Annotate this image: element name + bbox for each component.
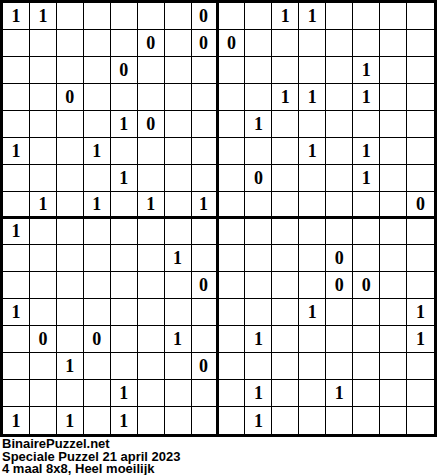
- cell-r4c5-empty[interactable]: [111, 84, 138, 111]
- cell-r14c12-empty[interactable]: [299, 353, 326, 380]
- cell-r3c14-given-1[interactable]: 1: [353, 57, 380, 84]
- cell-r5c4-empty[interactable]: [84, 111, 111, 138]
- cell-r10c7-given-1[interactable]: 1: [165, 245, 192, 272]
- cell-r11c2-empty[interactable]: [30, 272, 57, 299]
- cell-r9c3-empty[interactable]: [57, 219, 84, 246]
- cell-r10c9-empty[interactable]: [219, 245, 246, 272]
- cell-r13c15-empty[interactable]: [380, 326, 407, 353]
- cell-r14c14-empty[interactable]: [353, 353, 380, 380]
- puzzle-page: 1101100001011110111111011111011000011100…: [0, 0, 437, 475]
- cell-r10c14-empty[interactable]: [353, 245, 380, 272]
- cell-r7c6-empty[interactable]: [138, 165, 165, 192]
- cell-r11c4-empty[interactable]: [84, 272, 111, 299]
- cell-r10c13-given-0[interactable]: 0: [326, 245, 353, 272]
- cell-r11c14-given-0[interactable]: 0: [353, 272, 380, 299]
- cell-r12c3-empty[interactable]: [57, 299, 84, 326]
- cell-r1c4-empty[interactable]: [84, 3, 111, 30]
- cell-r2c16-empty[interactable]: [407, 30, 434, 57]
- cell-r10c4-empty[interactable]: [84, 245, 111, 272]
- cell-r8c12-empty[interactable]: [299, 192, 326, 219]
- cell-r8c15-empty[interactable]: [380, 192, 407, 219]
- cell-r16c12-empty[interactable]: [299, 407, 326, 434]
- cell-r16c9-empty[interactable]: [219, 407, 246, 434]
- cell-r3c12-empty[interactable]: [299, 57, 326, 84]
- cell-r8c6-given-1[interactable]: 1: [138, 192, 165, 219]
- cell-r9c6-empty[interactable]: [138, 219, 165, 246]
- cell-r5c9-empty[interactable]: [219, 111, 246, 138]
- cell-r15c16-empty[interactable]: [407, 380, 434, 407]
- cell-r14c11-empty[interactable]: [272, 353, 299, 380]
- cell-r2c10-empty[interactable]: [245, 30, 272, 57]
- cell-r10c16-empty[interactable]: [407, 245, 434, 272]
- cell-r10c8-empty[interactable]: [192, 245, 219, 272]
- cell-r15c15-empty[interactable]: [380, 380, 407, 407]
- cell-r2c4-empty[interactable]: [84, 30, 111, 57]
- cell-r15c8-empty[interactable]: [192, 380, 219, 407]
- cell-r7c14-given-1[interactable]: 1: [353, 165, 380, 192]
- cell-r6c2-empty[interactable]: [30, 138, 57, 165]
- cell-r4c9-empty[interactable]: [219, 84, 246, 111]
- cell-r11c8-given-0[interactable]: 0: [192, 272, 219, 299]
- cell-r12c7-empty[interactable]: [165, 299, 192, 326]
- cell-r8c1-empty[interactable]: [3, 192, 30, 219]
- cell-r6c3-empty[interactable]: [57, 138, 84, 165]
- cell-r7c12-empty[interactable]: [299, 165, 326, 192]
- cell-r14c3-given-1[interactable]: 1: [57, 353, 84, 380]
- cell-r13c4-given-0[interactable]: 0: [84, 326, 111, 353]
- cell-r4c14-given-1[interactable]: 1: [353, 84, 380, 111]
- cell-r12c4-empty[interactable]: [84, 299, 111, 326]
- cell-r14c13-empty[interactable]: [326, 353, 353, 380]
- cell-r1c12-given-1[interactable]: 1: [299, 3, 326, 30]
- cell-r6c9-empty[interactable]: [219, 138, 246, 165]
- cell-r11c9-empty[interactable]: [219, 272, 246, 299]
- cell-r6c16-empty[interactable]: [407, 138, 434, 165]
- cell-r12c6-empty[interactable]: [138, 299, 165, 326]
- cell-r14c10-empty[interactable]: [245, 353, 272, 380]
- cell-r5c12-empty[interactable]: [299, 111, 326, 138]
- cell-r11c6-empty[interactable]: [138, 272, 165, 299]
- cell-r6c10-empty[interactable]: [245, 138, 272, 165]
- cell-r13c14-empty[interactable]: [353, 326, 380, 353]
- cell-r12c8-empty[interactable]: [192, 299, 219, 326]
- cell-r8c7-empty[interactable]: [165, 192, 192, 219]
- cell-r5c13-empty[interactable]: [326, 111, 353, 138]
- cell-r6c4-given-1[interactable]: 1: [84, 138, 111, 165]
- cell-r9c8-empty[interactable]: [192, 219, 219, 246]
- cell-r5c3-empty[interactable]: [57, 111, 84, 138]
- cell-r12c1-given-1[interactable]: 1: [3, 299, 30, 326]
- cell-r13c1-empty[interactable]: [3, 326, 30, 353]
- cell-r11c15-empty[interactable]: [380, 272, 407, 299]
- cell-r12c2-empty[interactable]: [30, 299, 57, 326]
- cell-r8c10-empty[interactable]: [245, 192, 272, 219]
- puzzle-subtitle: 4 maal 8x8, Heel moeilijk: [2, 463, 437, 475]
- cell-r15c12-empty[interactable]: [299, 380, 326, 407]
- cell-r11c1-empty[interactable]: [3, 272, 30, 299]
- cell-r3c6-empty[interactable]: [138, 57, 165, 84]
- cell-r8c9-empty[interactable]: [219, 192, 246, 219]
- cell-r16c15-empty[interactable]: [380, 407, 407, 434]
- cell-r15c1-empty[interactable]: [3, 380, 30, 407]
- cell-r8c11-empty[interactable]: [272, 192, 299, 219]
- cell-r1c3-empty[interactable]: [57, 3, 84, 30]
- cell-r5c14-empty[interactable]: [353, 111, 380, 138]
- cell-r14c1-empty[interactable]: [3, 353, 30, 380]
- cell-r13c9-empty[interactable]: [219, 326, 246, 353]
- cell-r16c16-empty[interactable]: [407, 407, 434, 434]
- cell-r6c1-given-1[interactable]: 1: [3, 138, 30, 165]
- cell-r8c13-empty[interactable]: [326, 192, 353, 219]
- cell-r9c1-given-1[interactable]: 1: [3, 219, 30, 246]
- cell-r6c6-empty[interactable]: [138, 138, 165, 165]
- cell-r15c6-empty[interactable]: [138, 380, 165, 407]
- cell-r5c16-empty[interactable]: [407, 111, 434, 138]
- cell-r11c3-empty[interactable]: [57, 272, 84, 299]
- cell-r7c13-empty[interactable]: [326, 165, 353, 192]
- cell-r9c5-empty[interactable]: [111, 219, 138, 246]
- cell-r4c3-given-0[interactable]: 0: [57, 84, 84, 111]
- cell-r3c13-empty[interactable]: [326, 57, 353, 84]
- cell-r8c5-empty[interactable]: [111, 192, 138, 219]
- cell-r3c10-empty[interactable]: [245, 57, 272, 84]
- cell-r16c2-empty[interactable]: [30, 407, 57, 434]
- cell-r9c2-empty[interactable]: [30, 219, 57, 246]
- cell-r7c7-empty[interactable]: [165, 165, 192, 192]
- cell-r4c1-empty[interactable]: [3, 84, 30, 111]
- cell-r12c12-given-1[interactable]: 1: [299, 299, 326, 326]
- cell-r3c11-empty[interactable]: [272, 57, 299, 84]
- footer: BinairePuzzel.net Speciale Puzzel 21 apr…: [0, 437, 437, 475]
- cell-r5c8-empty[interactable]: [192, 111, 219, 138]
- cell-r7c10-given-0[interactable]: 0: [245, 165, 272, 192]
- cell-r2c9-given-0[interactable]: 0: [219, 30, 246, 57]
- cell-r8c4-given-1[interactable]: 1: [84, 192, 111, 219]
- cell-r2c13-empty[interactable]: [326, 30, 353, 57]
- cell-r14c15-empty[interactable]: [380, 353, 407, 380]
- cell-r13c7-given-1[interactable]: 1: [165, 326, 192, 353]
- cell-r3c3-empty[interactable]: [57, 57, 84, 84]
- cell-r1c10-empty[interactable]: [245, 3, 272, 30]
- cell-r13c3-empty[interactable]: [57, 326, 84, 353]
- cell-r16c1-given-1[interactable]: 1: [3, 407, 30, 434]
- cell-r14c16-empty[interactable]: [407, 353, 434, 380]
- cell-r2c11-empty[interactable]: [272, 30, 299, 57]
- cell-r2c2-empty[interactable]: [30, 30, 57, 57]
- cell-r2c8-given-0[interactable]: 0: [192, 30, 219, 57]
- cell-r1c5-empty[interactable]: [111, 3, 138, 30]
- cell-r4c16-empty[interactable]: [407, 84, 434, 111]
- cell-r2c7-empty[interactable]: [165, 30, 192, 57]
- cell-r9c15-empty[interactable]: [380, 219, 407, 246]
- cell-r13c2-given-0[interactable]: 0: [30, 326, 57, 353]
- cell-r5c1-empty[interactable]: [3, 111, 30, 138]
- cell-r7c4-empty[interactable]: [84, 165, 111, 192]
- cell-r13c5-empty[interactable]: [111, 326, 138, 353]
- cell-r13c6-empty[interactable]: [138, 326, 165, 353]
- cell-r2c12-empty[interactable]: [299, 30, 326, 57]
- cell-r15c9-empty[interactable]: [219, 380, 246, 407]
- cell-r6c14-given-1[interactable]: 1: [353, 138, 380, 165]
- cell-r11c11-empty[interactable]: [272, 272, 299, 299]
- cell-r5c6-given-0[interactable]: 0: [138, 111, 165, 138]
- cell-r1c13-empty[interactable]: [326, 3, 353, 30]
- cell-r8c8-given-1[interactable]: 1: [192, 192, 219, 219]
- cell-r3c7-empty[interactable]: [165, 57, 192, 84]
- cell-r4c8-empty[interactable]: [192, 84, 219, 111]
- cell-r14c7-empty[interactable]: [165, 353, 192, 380]
- cell-r14c5-empty[interactable]: [111, 353, 138, 380]
- cell-r4c12-given-1[interactable]: 1: [299, 84, 326, 111]
- cell-r12c10-empty[interactable]: [245, 299, 272, 326]
- cell-r12c15-empty[interactable]: [380, 299, 407, 326]
- cell-r8c14-empty[interactable]: [353, 192, 380, 219]
- cell-r3c15-empty[interactable]: [380, 57, 407, 84]
- cell-r12c5-empty[interactable]: [111, 299, 138, 326]
- cell-r1c1-given-1[interactable]: 1: [3, 3, 30, 30]
- cell-r13c12-empty[interactable]: [299, 326, 326, 353]
- cell-r15c5-given-1[interactable]: 1: [111, 380, 138, 407]
- cell-r11c16-empty[interactable]: [407, 272, 434, 299]
- cell-r11c13-given-0[interactable]: 0: [326, 272, 353, 299]
- cell-r2c3-empty[interactable]: [57, 30, 84, 57]
- cell-r3c9-empty[interactable]: [219, 57, 246, 84]
- cell-r6c8-empty[interactable]: [192, 138, 219, 165]
- cell-r4c11-given-1[interactable]: 1: [272, 84, 299, 111]
- cell-r14c6-empty[interactable]: [138, 353, 165, 380]
- cell-r11c12-empty[interactable]: [299, 272, 326, 299]
- cell-r3c16-empty[interactable]: [407, 57, 434, 84]
- cell-r15c13-given-1[interactable]: 1: [326, 380, 353, 407]
- cell-r8c3-empty[interactable]: [57, 192, 84, 219]
- cell-r16c5-given-1[interactable]: 1: [111, 407, 138, 434]
- cell-r4c13-empty[interactable]: [326, 84, 353, 111]
- cell-r3c8-empty[interactable]: [192, 57, 219, 84]
- cell-r13c11-empty[interactable]: [272, 326, 299, 353]
- cell-r12c11-empty[interactable]: [272, 299, 299, 326]
- cell-r9c9-empty[interactable]: [219, 219, 246, 246]
- cell-r2c14-empty[interactable]: [353, 30, 380, 57]
- cell-r2c5-empty[interactable]: [111, 30, 138, 57]
- cell-r16c4-empty[interactable]: [84, 407, 111, 434]
- cell-r3c1-empty[interactable]: [3, 57, 30, 84]
- cell-r16c8-empty[interactable]: [192, 407, 219, 434]
- cell-r16c14-empty[interactable]: [353, 407, 380, 434]
- cell-r16c6-empty[interactable]: [138, 407, 165, 434]
- cell-r7c16-empty[interactable]: [407, 165, 434, 192]
- cell-r8c2-given-1[interactable]: 1: [30, 192, 57, 219]
- cell-r15c4-empty[interactable]: [84, 380, 111, 407]
- cell-r7c3-empty[interactable]: [57, 165, 84, 192]
- cell-r5c11-empty[interactable]: [272, 111, 299, 138]
- cell-r9c11-empty[interactable]: [272, 219, 299, 246]
- cell-r1c9-empty[interactable]: [219, 3, 246, 30]
- cell-r12c16-given-1[interactable]: 1: [407, 299, 434, 326]
- cell-r4c2-empty[interactable]: [30, 84, 57, 111]
- cell-r12c14-empty[interactable]: [353, 299, 380, 326]
- cell-r6c11-empty[interactable]: [272, 138, 299, 165]
- cell-r9c12-empty[interactable]: [299, 219, 326, 246]
- cell-r15c3-empty[interactable]: [57, 380, 84, 407]
- cell-r14c9-empty[interactable]: [219, 353, 246, 380]
- cell-r6c7-empty[interactable]: [165, 138, 192, 165]
- cell-r7c9-empty[interactable]: [219, 165, 246, 192]
- cell-r9c14-empty[interactable]: [353, 219, 380, 246]
- cell-r10c5-empty[interactable]: [111, 245, 138, 272]
- cell-r1c2-given-1[interactable]: 1: [30, 3, 57, 30]
- cell-r12c9-empty[interactable]: [219, 299, 246, 326]
- cell-r1c15-empty[interactable]: [380, 3, 407, 30]
- cell-r7c1-empty[interactable]: [3, 165, 30, 192]
- cell-r5c7-empty[interactable]: [165, 111, 192, 138]
- cell-r4c7-empty[interactable]: [165, 84, 192, 111]
- cell-r10c1-empty[interactable]: [3, 245, 30, 272]
- binary-puzzle-board: 1101100001011110111111011111011000011100…: [0, 0, 437, 437]
- cell-r10c11-empty[interactable]: [272, 245, 299, 272]
- cell-r10c3-empty[interactable]: [57, 245, 84, 272]
- cell-r16c13-empty[interactable]: [326, 407, 353, 434]
- cell-r9c10-empty[interactable]: [245, 219, 272, 246]
- cell-r8c16-given-0[interactable]: 0: [407, 192, 434, 219]
- cell-r4c15-empty[interactable]: [380, 84, 407, 111]
- cell-r1c16-empty[interactable]: [407, 3, 434, 30]
- cell-r13c16-given-1[interactable]: 1: [407, 326, 434, 353]
- cell-r3c5-given-0[interactable]: 0: [111, 57, 138, 84]
- cell-r7c8-empty[interactable]: [192, 165, 219, 192]
- cell-r13c10-given-1[interactable]: 1: [245, 326, 272, 353]
- cell-r5c2-empty[interactable]: [30, 111, 57, 138]
- cell-r6c12-given-1[interactable]: 1: [299, 138, 326, 165]
- cell-r1c11-given-1[interactable]: 1: [272, 3, 299, 30]
- cell-r4c4-empty[interactable]: [84, 84, 111, 111]
- cell-r1c6-empty[interactable]: [138, 3, 165, 30]
- cell-r6c15-empty[interactable]: [380, 138, 407, 165]
- cell-r10c15-empty[interactable]: [380, 245, 407, 272]
- cell-r15c10-given-1[interactable]: 1: [245, 380, 272, 407]
- cell-r1c7-empty[interactable]: [165, 3, 192, 30]
- cell-r7c15-empty[interactable]: [380, 165, 407, 192]
- cell-r10c12-empty[interactable]: [299, 245, 326, 272]
- cell-r10c6-empty[interactable]: [138, 245, 165, 272]
- cell-r9c7-empty[interactable]: [165, 219, 192, 246]
- cell-r12c13-empty[interactable]: [326, 299, 353, 326]
- cell-r9c16-empty[interactable]: [407, 219, 434, 246]
- cell-r14c8-given-0[interactable]: 0: [192, 353, 219, 380]
- cell-r13c8-empty[interactable]: [192, 326, 219, 353]
- cell-r7c5-given-1[interactable]: 1: [111, 165, 138, 192]
- cell-r15c14-empty[interactable]: [353, 380, 380, 407]
- cell-r1c8-given-0[interactable]: 0: [192, 3, 219, 30]
- cell-r11c10-empty[interactable]: [245, 272, 272, 299]
- cell-r14c4-empty[interactable]: [84, 353, 111, 380]
- cell-r11c7-empty[interactable]: [165, 272, 192, 299]
- cell-r16c10-given-1[interactable]: 1: [245, 407, 272, 434]
- cell-r10c2-empty[interactable]: [30, 245, 57, 272]
- cell-r3c2-empty[interactable]: [30, 57, 57, 84]
- cell-r7c11-empty[interactable]: [272, 165, 299, 192]
- cell-r14c2-empty[interactable]: [30, 353, 57, 380]
- cell-r5c5-given-1[interactable]: 1: [111, 111, 138, 138]
- cell-r15c7-empty[interactable]: [165, 380, 192, 407]
- cell-r9c4-empty[interactable]: [84, 219, 111, 246]
- cell-r2c15-empty[interactable]: [380, 30, 407, 57]
- cell-r6c13-empty[interactable]: [326, 138, 353, 165]
- cell-r4c10-empty[interactable]: [245, 84, 272, 111]
- cell-r15c2-empty[interactable]: [30, 380, 57, 407]
- cell-r16c7-empty[interactable]: [165, 407, 192, 434]
- cell-r5c15-empty[interactable]: [380, 111, 407, 138]
- cell-r5c10-given-1[interactable]: 1: [245, 111, 272, 138]
- cell-r16c11-empty[interactable]: [272, 407, 299, 434]
- cell-r10c10-empty[interactable]: [245, 245, 272, 272]
- cell-r7c2-empty[interactable]: [30, 165, 57, 192]
- cell-r2c6-given-0[interactable]: 0: [138, 30, 165, 57]
- cell-r2c1-empty[interactable]: [3, 30, 30, 57]
- cell-r13c13-empty[interactable]: [326, 326, 353, 353]
- cell-r6c5-empty[interactable]: [111, 138, 138, 165]
- cell-r11c5-empty[interactable]: [111, 272, 138, 299]
- cell-r16c3-given-1[interactable]: 1: [57, 407, 84, 434]
- cell-r15c11-empty[interactable]: [272, 380, 299, 407]
- cell-r3c4-empty[interactable]: [84, 57, 111, 84]
- cell-r9c13-empty[interactable]: [326, 219, 353, 246]
- cell-r4c6-empty[interactable]: [138, 84, 165, 111]
- cell-r1c14-empty[interactable]: [353, 3, 380, 30]
